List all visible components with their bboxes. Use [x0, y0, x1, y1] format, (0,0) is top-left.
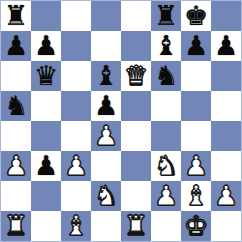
piece-black-queen[interactable]: ♛ — [34, 62, 58, 89]
square-e6[interactable]: ♛ — [121, 61, 151, 91]
square-h8[interactable] — [211, 1, 241, 31]
piece-white-rook[interactable]: ♜ — [4, 212, 28, 239]
piece-white-pawn[interactable]: ♟ — [94, 122, 118, 149]
square-b3[interactable]: ♟ — [31, 151, 61, 181]
square-d8[interactable] — [91, 1, 121, 31]
piece-white-knight[interactable]: ♞ — [154, 152, 178, 179]
piece-black-rook[interactable]: ♜ — [4, 2, 28, 29]
square-f6[interactable]: ♞ — [151, 61, 181, 91]
piece-black-rook[interactable]: ♜ — [154, 2, 178, 29]
square-e7[interactable] — [121, 31, 151, 61]
square-c2[interactable] — [61, 181, 91, 211]
piece-white-bishop[interactable]: ♝ — [64, 212, 88, 239]
square-b5[interactable] — [31, 91, 61, 121]
piece-black-bishop[interactable]: ♝ — [94, 62, 118, 89]
piece-black-knight[interactable]: ♞ — [154, 62, 178, 89]
square-a2[interactable] — [1, 181, 31, 211]
square-g6[interactable] — [181, 61, 211, 91]
square-e1[interactable]: ♜ — [121, 211, 151, 241]
square-h4[interactable] — [211, 121, 241, 151]
piece-black-pawn[interactable]: ♟ — [34, 32, 58, 59]
piece-white-knight[interactable]: ♞ — [94, 182, 118, 209]
piece-white-pawn[interactable]: ♟ — [214, 182, 238, 209]
square-d6[interactable]: ♝ — [91, 61, 121, 91]
square-h7[interactable]: ♟ — [211, 31, 241, 61]
piece-black-pawn[interactable]: ♟ — [184, 32, 208, 59]
piece-black-pawn[interactable]: ♟ — [214, 32, 238, 59]
piece-white-pawn[interactable]: ♟ — [154, 182, 178, 209]
square-b2[interactable] — [31, 181, 61, 211]
square-f3[interactable]: ♞ — [151, 151, 181, 181]
square-a8[interactable]: ♜ — [1, 1, 31, 31]
square-g7[interactable]: ♟ — [181, 31, 211, 61]
square-f8[interactable]: ♜ — [151, 1, 181, 31]
square-b4[interactable] — [31, 121, 61, 151]
square-b6[interactable]: ♛ — [31, 61, 61, 91]
square-f2[interactable]: ♟ — [151, 181, 181, 211]
square-b8[interactable] — [31, 1, 61, 31]
piece-black-pawn[interactable]: ♟ — [94, 92, 118, 119]
chess-board: ♜♜♚♟♟♝♟♟♛♝♛♞♞♟♟♟♟♟♞♟♞♟♝♟♜♝♜♚ — [0, 0, 242, 242]
square-h1[interactable] — [211, 211, 241, 241]
square-a1[interactable]: ♜ — [1, 211, 31, 241]
piece-white-king[interactable]: ♚ — [184, 212, 208, 239]
square-h5[interactable] — [211, 91, 241, 121]
square-e5[interactable] — [121, 91, 151, 121]
square-g8[interactable]: ♚ — [181, 1, 211, 31]
piece-white-pawn[interactable]: ♟ — [64, 152, 88, 179]
square-d5[interactable]: ♟ — [91, 91, 121, 121]
piece-white-queen[interactable]: ♛ — [124, 62, 148, 89]
square-c1[interactable]: ♝ — [61, 211, 91, 241]
square-f1[interactable] — [151, 211, 181, 241]
square-a4[interactable] — [1, 121, 31, 151]
piece-black-bishop[interactable]: ♝ — [154, 32, 178, 59]
square-a7[interactable]: ♟ — [1, 31, 31, 61]
square-d2[interactable]: ♞ — [91, 181, 121, 211]
square-e2[interactable] — [121, 181, 151, 211]
square-h2[interactable]: ♟ — [211, 181, 241, 211]
square-b1[interactable] — [31, 211, 61, 241]
square-g2[interactable]: ♝ — [181, 181, 211, 211]
square-d1[interactable] — [91, 211, 121, 241]
square-g3[interactable]: ♟ — [181, 151, 211, 181]
piece-white-bishop[interactable]: ♝ — [184, 182, 208, 209]
piece-black-pawn[interactable]: ♟ — [4, 32, 28, 59]
square-b7[interactable]: ♟ — [31, 31, 61, 61]
square-g5[interactable] — [181, 91, 211, 121]
square-h6[interactable] — [211, 61, 241, 91]
square-f4[interactable] — [151, 121, 181, 151]
square-d4[interactable]: ♟ — [91, 121, 121, 151]
square-d7[interactable] — [91, 31, 121, 61]
square-e3[interactable] — [121, 151, 151, 181]
square-c4[interactable] — [61, 121, 91, 151]
square-c3[interactable]: ♟ — [61, 151, 91, 181]
square-c7[interactable] — [61, 31, 91, 61]
piece-white-pawn[interactable]: ♟ — [4, 152, 28, 179]
square-c5[interactable] — [61, 91, 91, 121]
square-d3[interactable] — [91, 151, 121, 181]
square-f7[interactable]: ♝ — [151, 31, 181, 61]
piece-black-pawn[interactable]: ♟ — [34, 152, 58, 179]
square-g4[interactable] — [181, 121, 211, 151]
square-e8[interactable] — [121, 1, 151, 31]
square-a3[interactable]: ♟ — [1, 151, 31, 181]
piece-white-rook[interactable]: ♜ — [124, 212, 148, 239]
square-g1[interactable]: ♚ — [181, 211, 211, 241]
square-c8[interactable] — [61, 1, 91, 31]
piece-black-king[interactable]: ♚ — [184, 2, 208, 29]
square-e4[interactable] — [121, 121, 151, 151]
square-a5[interactable]: ♞ — [1, 91, 31, 121]
square-a6[interactable] — [1, 61, 31, 91]
square-f5[interactable] — [151, 91, 181, 121]
square-h3[interactable] — [211, 151, 241, 181]
square-c6[interactable] — [61, 61, 91, 91]
piece-white-pawn[interactable]: ♟ — [184, 152, 208, 179]
piece-black-knight[interactable]: ♞ — [4, 92, 28, 119]
